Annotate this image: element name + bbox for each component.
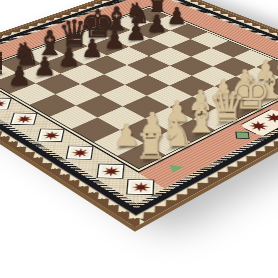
black-border-band: ♜♞♝♛♚♝♞♜♟♟♟♟♟♟♟♟♟♟♟♟♟♟♟♟♜♞♝♛♚♝♞♜ [0, 0, 278, 216]
piece-black-pawn: ♟ [0, 73, 34, 93]
eight-point-star-icon [127, 180, 153, 195]
white-rook-glyph: ♜ [133, 129, 170, 165]
board-outer-wood-edge: ♜♞♝♛♚♝♞♜♟♟♟♟♟♟♟♟♟♟♟♟♟♟♟♟♜♞♝♛♚♝♞♜ [0, 0, 278, 232]
chess-board-photo: ♜♞♝♛♚♝♞♜♟♟♟♟♟♟♟♟♟♟♟♟♟♟♟♟♜♞♝♛♚♝♞♜ [0, 0, 278, 278]
mosaic-border-band: ♜♞♝♛♚♝♞♜♟♟♟♟♟♟♟♟♟♟♟♟♟♟♟♟♜♞♝♛♚♝♞♜ [0, 0, 278, 204]
black-pawn-glyph: ♟ [4, 63, 36, 90]
eight-point-star-icon [260, 111, 278, 125]
chess-board: ♜♞♝♛♚♝♞♜♟♟♟♟♟♟♟♟♟♟♟♟♟♟♟♟♜♞♝♛♚♝♞♜ [0, 0, 278, 232]
